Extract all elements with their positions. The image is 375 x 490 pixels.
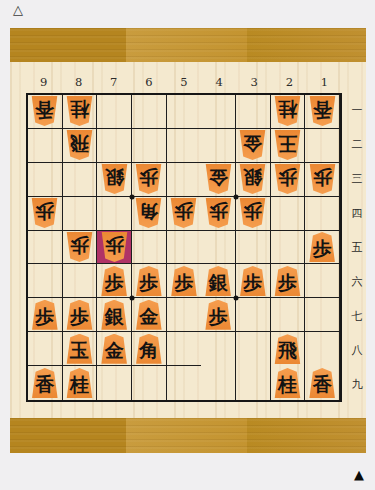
square-6-9[interactable] xyxy=(132,366,167,400)
piece-gote-king[interactable]: 王 xyxy=(273,130,302,160)
square-4-7[interactable]: 歩 xyxy=(201,298,236,332)
square-5-7[interactable] xyxy=(167,298,202,332)
square-7-2[interactable] xyxy=(97,129,132,163)
square-4-5[interactable] xyxy=(201,231,236,265)
square-4-8[interactable] xyxy=(201,332,236,366)
square-9-1[interactable]: 香 xyxy=(28,95,63,129)
piece-sente-pawn[interactable]: 歩 xyxy=(100,266,129,296)
piece-sente-lance[interactable]: 香 xyxy=(308,368,337,398)
square-3-3[interactable]: 銀 xyxy=(236,163,271,197)
square-6-6[interactable]: 歩 xyxy=(132,264,167,298)
square-5-8[interactable] xyxy=(167,332,202,366)
square-9-7[interactable]: 歩 xyxy=(28,298,63,332)
piece-gote-rook[interactable]: 飛 xyxy=(65,130,94,160)
piece-gote-pawn[interactable]: 歩 xyxy=(134,164,163,194)
piece-sente-gold[interactable]: 金 xyxy=(134,300,163,330)
board-grid: 香桂桂香飛金王銀歩金銀歩歩歩角歩歩歩歩歩歩歩歩歩銀歩歩歩歩銀金歩玉金角飛香桂桂香 xyxy=(26,93,342,402)
square-7-7[interactable]: 銀 xyxy=(97,298,132,332)
square-5-5[interactable] xyxy=(167,231,202,265)
piece-sente-lance[interactable]: 香 xyxy=(30,368,59,398)
piece-sente-king[interactable]: 玉 xyxy=(65,334,94,364)
square-3-5[interactable] xyxy=(236,231,271,265)
rank-label-5: 五 xyxy=(349,230,365,264)
star-point xyxy=(234,296,239,301)
piece-sente-silver[interactable]: 銀 xyxy=(204,266,233,296)
square-8-5[interactable]: 歩 xyxy=(63,231,98,265)
rank-label-3: 三 xyxy=(349,162,365,196)
square-8-9[interactable]: 桂 xyxy=(63,366,98,400)
piece-gote-gold[interactable]: 金 xyxy=(204,164,233,194)
piece-gote-pawn[interactable]: 歩 xyxy=(204,198,233,228)
square-2-8[interactable]: 飛 xyxy=(271,332,306,366)
square-8-8[interactable]: 玉 xyxy=(63,332,98,366)
square-7-8[interactable]: 金 xyxy=(97,332,132,366)
square-9-5[interactable] xyxy=(28,231,63,265)
piece-gote-lance[interactable]: 香 xyxy=(308,96,337,126)
piece-sente-bishop[interactable]: 角 xyxy=(134,334,163,364)
sente-piece-stand xyxy=(10,418,366,453)
square-5-9[interactable] xyxy=(167,366,202,400)
square-8-6[interactable] xyxy=(63,264,98,298)
square-5-2[interactable] xyxy=(167,129,202,163)
piece-gote-knight[interactable]: 桂 xyxy=(273,96,302,126)
piece-gote-bishop[interactable]: 角 xyxy=(134,198,163,228)
piece-sente-rook[interactable]: 飛 xyxy=(273,334,302,364)
square-1-8[interactable] xyxy=(305,332,340,366)
square-4-2[interactable] xyxy=(201,129,236,163)
square-7-4[interactable] xyxy=(97,197,132,231)
square-6-8[interactable]: 角 xyxy=(132,332,167,366)
piece-gote-pawn[interactable]: 歩 xyxy=(273,164,302,194)
square-2-7[interactable] xyxy=(271,298,306,332)
square-5-3[interactable] xyxy=(167,163,202,197)
piece-sente-pawn[interactable]: 歩 xyxy=(65,300,94,330)
piece-sente-pawn[interactable]: 歩 xyxy=(134,266,163,296)
square-7-6[interactable]: 歩 xyxy=(97,264,132,298)
square-9-6[interactable] xyxy=(28,264,63,298)
file-label-5: 5 xyxy=(166,75,201,90)
rank-label-2: 二 xyxy=(349,127,365,161)
square-9-8[interactable] xyxy=(28,332,63,366)
square-7-1[interactable] xyxy=(97,95,132,129)
square-7-9[interactable] xyxy=(97,366,132,400)
rank-label-7: 七 xyxy=(349,299,365,333)
square-1-9[interactable]: 香 xyxy=(305,366,340,400)
rank-label-8: 八 xyxy=(349,333,365,367)
square-4-9[interactable] xyxy=(201,366,236,400)
square-2-4[interactable] xyxy=(271,197,306,231)
piece-sente-knight[interactable]: 桂 xyxy=(65,368,94,398)
piece-sente-pawn[interactable]: 歩 xyxy=(308,232,337,262)
rank-label-6: 六 xyxy=(349,265,365,299)
gote-to-move-indicator: △ xyxy=(13,3,23,16)
piece-gote-lance[interactable]: 香 xyxy=(30,96,59,126)
gote-piece-stand xyxy=(10,28,366,62)
square-5-1[interactable] xyxy=(167,95,202,129)
square-6-5[interactable] xyxy=(132,231,167,265)
square-7-3[interactable]: 銀 xyxy=(97,163,132,197)
square-3-9[interactable] xyxy=(236,366,271,400)
piece-gote-gold[interactable]: 金 xyxy=(238,130,267,160)
square-2-2[interactable]: 王 xyxy=(271,129,306,163)
square-4-3[interactable]: 金 xyxy=(201,163,236,197)
star-point xyxy=(129,194,134,199)
square-2-9[interactable]: 桂 xyxy=(271,366,306,400)
square-1-1[interactable]: 香 xyxy=(305,95,340,129)
square-8-1[interactable]: 桂 xyxy=(63,95,98,129)
square-3-7[interactable] xyxy=(236,298,271,332)
square-2-3[interactable]: 歩 xyxy=(271,163,306,197)
square-8-3[interactable] xyxy=(63,163,98,197)
file-label-1: 1 xyxy=(307,75,342,90)
square-1-3[interactable]: 歩 xyxy=(305,163,340,197)
rank-labels: 一二三四五六七八九 xyxy=(349,93,365,402)
square-6-1[interactable] xyxy=(132,95,167,129)
file-label-9: 9 xyxy=(26,75,61,90)
square-2-1[interactable]: 桂 xyxy=(271,95,306,129)
piece-gote-pawn[interactable]: 歩 xyxy=(308,164,337,194)
piece-sente-pawn[interactable]: 歩 xyxy=(30,300,59,330)
square-6-4[interactable]: 角 xyxy=(132,197,167,231)
piece-sente-pawn[interactable]: 歩 xyxy=(238,266,267,296)
square-6-3[interactable]: 歩 xyxy=(132,163,167,197)
file-label-7: 7 xyxy=(96,75,131,90)
board-container: 987654321 一二三四五六七八九 香桂桂香飛金王銀歩金銀歩歩歩角歩歩歩歩歩… xyxy=(10,28,366,453)
square-8-7[interactable]: 歩 xyxy=(63,298,98,332)
square-3-6[interactable]: 歩 xyxy=(236,264,271,298)
file-label-3: 3 xyxy=(237,75,272,90)
square-4-6[interactable]: 銀 xyxy=(201,264,236,298)
rank-label-9: 九 xyxy=(349,368,365,402)
rank-label-4: 四 xyxy=(349,196,365,230)
piece-gote-pawn[interactable]: 歩 xyxy=(100,232,129,262)
square-1-4[interactable] xyxy=(305,197,340,231)
file-label-4: 4 xyxy=(202,75,237,90)
star-point xyxy=(234,194,239,199)
square-3-8[interactable] xyxy=(236,332,271,366)
piece-gote-silver[interactable]: 銀 xyxy=(238,164,267,194)
square-3-2[interactable]: 金 xyxy=(236,129,271,163)
piece-sente-gold[interactable]: 金 xyxy=(100,334,129,364)
piece-sente-knight[interactable]: 桂 xyxy=(273,368,302,398)
square-9-3[interactable] xyxy=(28,163,63,197)
square-6-2[interactable] xyxy=(132,129,167,163)
piece-sente-pawn[interactable]: 歩 xyxy=(273,266,302,296)
shogi-board: 987654321 一二三四五六七八九 香桂桂香飛金王銀歩金銀歩歩歩角歩歩歩歩歩… xyxy=(10,62,366,418)
star-point xyxy=(129,296,134,301)
square-1-6[interactable] xyxy=(305,264,340,298)
piece-gote-silver[interactable]: 銀 xyxy=(100,164,129,194)
square-9-2[interactable] xyxy=(28,129,63,163)
piece-sente-pawn[interactable]: 歩 xyxy=(204,300,233,330)
piece-sente-silver[interactable]: 銀 xyxy=(100,300,129,330)
piece-gote-knight[interactable]: 桂 xyxy=(65,96,94,126)
square-1-7[interactable] xyxy=(305,298,340,332)
square-4-1[interactable] xyxy=(201,95,236,129)
square-1-5[interactable]: 歩 xyxy=(305,231,340,265)
square-8-4[interactable] xyxy=(63,197,98,231)
piece-gote-pawn[interactable]: 歩 xyxy=(65,232,94,262)
square-3-1[interactable] xyxy=(236,95,271,129)
square-1-2[interactable] xyxy=(305,129,340,163)
file-label-8: 8 xyxy=(61,75,96,90)
square-2-5[interactable] xyxy=(271,231,306,265)
piece-gote-pawn[interactable]: 歩 xyxy=(30,198,59,228)
file-labels: 987654321 xyxy=(26,75,342,90)
square-9-4[interactable]: 歩 xyxy=(28,197,63,231)
square-4-4[interactable]: 歩 xyxy=(201,197,236,231)
square-2-6[interactable]: 歩 xyxy=(271,264,306,298)
piece-sente-pawn[interactable]: 歩 xyxy=(169,266,198,296)
square-9-9[interactable]: 香 xyxy=(28,366,63,400)
square-3-4[interactable]: 歩 xyxy=(236,197,271,231)
rank-label-1: 一 xyxy=(349,93,365,127)
square-7-5[interactable]: 歩 xyxy=(97,231,132,265)
piece-gote-pawn[interactable]: 歩 xyxy=(169,198,198,228)
square-5-4[interactable]: 歩 xyxy=(167,197,202,231)
square-5-6[interactable]: 歩 xyxy=(167,264,202,298)
file-label-6: 6 xyxy=(131,75,166,90)
piece-gote-pawn[interactable]: 歩 xyxy=(238,198,267,228)
square-6-7[interactable]: 金 xyxy=(132,298,167,332)
file-label-2: 2 xyxy=(272,75,307,90)
sente-to-move-indicator: ▲ xyxy=(354,468,364,481)
square-8-2[interactable]: 飛 xyxy=(63,129,98,163)
